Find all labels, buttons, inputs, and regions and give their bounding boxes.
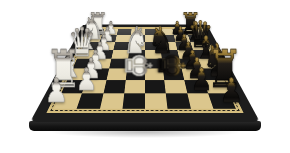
square [129, 42, 145, 50]
square [124, 80, 145, 93]
square [115, 35, 131, 42]
square [145, 50, 162, 59]
square [145, 93, 168, 108]
square [145, 59, 163, 69]
square [126, 69, 145, 80]
chess-board [30, 24, 260, 122]
square [203, 80, 229, 93]
square [160, 42, 177, 50]
square [113, 42, 130, 50]
square [193, 50, 213, 59]
square [145, 69, 164, 80]
square [122, 93, 145, 108]
square [128, 50, 145, 59]
square [100, 93, 124, 108]
square [109, 59, 128, 69]
square [106, 69, 127, 80]
square [111, 50, 129, 59]
square [145, 80, 166, 93]
square [103, 80, 125, 93]
square [159, 35, 175, 42]
square [130, 35, 145, 42]
square [145, 35, 160, 42]
board-squares [54, 29, 236, 109]
square [188, 35, 205, 42]
board-border-inlay [46, 27, 243, 113]
square [127, 59, 145, 69]
square [208, 93, 236, 108]
square [145, 42, 161, 50]
board-front-edge [29, 121, 261, 131]
square [196, 59, 218, 69]
chess-set-photo: ♜♟♞♟♝♟♛♟♟♝♟♜♟♟♞♚♜♟♝♟♛♟♝♟♟♞♟♜♟♟♞♚ [0, 0, 290, 153]
square [199, 69, 222, 80]
board-dashed-inlay-line [50, 28, 239, 111]
square [190, 42, 209, 50]
